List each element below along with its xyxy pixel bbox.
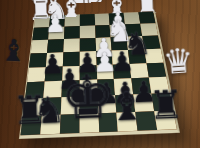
black-king-e8[interactable]: ♚ (60, 67, 116, 129)
white-rook-a1[interactable]: ♜ (133, 0, 161, 21)
white-pawn-g2[interactable]: ♟ (44, 11, 66, 36)
chess-3d-scene: ♝ ♜♞♝♚♝♜♟♟♞♟♟♞♟♟♟♟♟♟♟♟♜♝♚♞♜ ♛ (0, 0, 200, 148)
white-king-e1[interactable]: ♚ (64, 0, 107, 23)
captured-white-queen: ♛ (162, 43, 195, 79)
chess-board[interactable]: ♜♞♝♚♝♜♟♟♞♟♟♞♟♟♟♟♟♟♟♟♜♝♚♞♜ (19, 12, 180, 139)
black-rook-h8[interactable]: ♜ (12, 90, 48, 130)
black-rook-a8[interactable]: ♜ (147, 85, 183, 125)
perspective-scene: ♜♞♝♚♝♜♟♟♞♟♟♞♟♟♟♟♟♟♟♟♜♝♚♞♜ (25, 0, 168, 138)
